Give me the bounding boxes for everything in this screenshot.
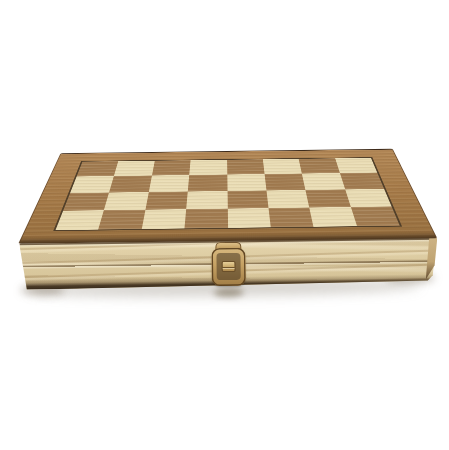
board-square	[188, 175, 227, 192]
board-square	[227, 174, 266, 191]
board-square	[227, 208, 270, 228]
board-field	[53, 157, 402, 231]
board-square	[63, 192, 109, 210]
board-square	[70, 176, 114, 193]
board-square	[142, 209, 187, 229]
board-square	[77, 161, 119, 176]
board-square	[185, 209, 228, 229]
board-square	[227, 190, 268, 208]
board-square	[145, 191, 188, 209]
board-square	[109, 176, 151, 193]
clasp-tongue	[222, 261, 236, 272]
board-square	[186, 191, 227, 209]
clasp-tongue-split	[223, 267, 235, 269]
chess-box	[0, 0, 449, 450]
board-square	[340, 173, 384, 190]
board-square	[309, 207, 356, 227]
board-square	[227, 159, 265, 174]
clasp-buckle-frame	[211, 248, 245, 286]
board-square	[302, 173, 345, 190]
board-square	[149, 175, 190, 192]
product-photo	[0, 0, 449, 450]
board-square	[152, 160, 191, 175]
board-square	[264, 174, 305, 191]
board-square	[350, 206, 399, 226]
board-square	[268, 207, 313, 227]
board-square	[55, 210, 104, 230]
board-square	[306, 189, 351, 207]
board-square	[335, 158, 377, 173]
board-square	[266, 190, 309, 208]
box-lid	[15, 11, 437, 243]
board-square	[104, 192, 148, 210]
board-square	[114, 161, 154, 176]
board-square	[99, 210, 146, 230]
board-square	[345, 189, 392, 207]
clasp-latch	[211, 242, 246, 292]
board-square	[263, 159, 302, 174]
board-top-face	[18, 149, 437, 244]
board-square	[299, 158, 340, 173]
board-square	[189, 160, 227, 175]
